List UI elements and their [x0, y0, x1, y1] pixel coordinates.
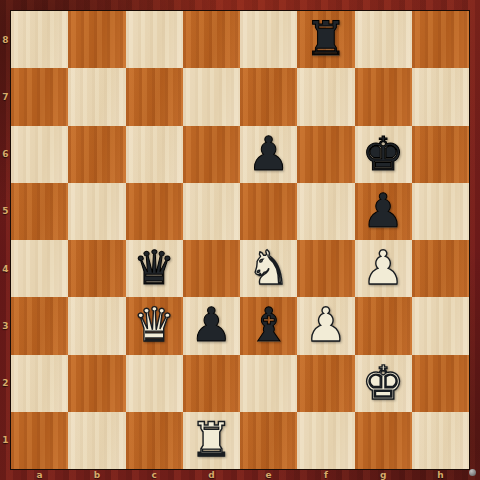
- black-queen[interactable]: ♛: [133, 244, 175, 291]
- square-f1[interactable]: [297, 412, 354, 469]
- square-d8[interactable]: [183, 11, 240, 68]
- square-f7[interactable]: [297, 68, 354, 125]
- square-h1[interactable]: [412, 412, 469, 469]
- square-e6[interactable]: ♟: [240, 126, 297, 183]
- square-g8[interactable]: [355, 11, 412, 68]
- black-king[interactable]: ♚: [362, 130, 404, 177]
- square-f3[interactable]: ♟: [297, 297, 354, 354]
- square-a3[interactable]: [11, 297, 68, 354]
- square-a4[interactable]: [11, 240, 68, 297]
- square-f4[interactable]: [297, 240, 354, 297]
- black-pawn[interactable]: ♟: [190, 301, 232, 348]
- square-b5[interactable]: [68, 183, 125, 240]
- white-king[interactable]: ♚: [362, 359, 404, 406]
- file-label-c: c: [126, 469, 183, 480]
- file-label-g: g: [355, 469, 412, 480]
- file-label-d: d: [183, 469, 240, 480]
- square-a2[interactable]: [11, 355, 68, 412]
- square-f8[interactable]: ♜: [297, 11, 354, 68]
- square-e4[interactable]: ♞: [240, 240, 297, 297]
- white-pawn[interactable]: ♟: [362, 244, 404, 291]
- chess-board-frame: ♜♟♚♟♛♞♟♛♟♝♟♚♜ 87654321 abcdefgh: [0, 0, 480, 480]
- square-f5[interactable]: [297, 183, 354, 240]
- square-d4[interactable]: [183, 240, 240, 297]
- square-e5[interactable]: [240, 183, 297, 240]
- file-label-f: f: [297, 469, 354, 480]
- square-b3[interactable]: [68, 297, 125, 354]
- black-rook[interactable]: ♜: [305, 15, 347, 62]
- square-c3[interactable]: ♛: [126, 297, 183, 354]
- file-label-h: h: [412, 469, 469, 480]
- square-b8[interactable]: [68, 11, 125, 68]
- square-g7[interactable]: [355, 68, 412, 125]
- square-c2[interactable]: [126, 355, 183, 412]
- square-c4[interactable]: ♛: [126, 240, 183, 297]
- file-label-e: e: [240, 469, 297, 480]
- black-bishop[interactable]: ♝: [248, 301, 290, 348]
- square-a6[interactable]: [11, 126, 68, 183]
- square-g6[interactable]: ♚: [355, 126, 412, 183]
- square-b1[interactable]: [68, 412, 125, 469]
- square-b7[interactable]: [68, 68, 125, 125]
- white-pawn[interactable]: ♟: [305, 301, 347, 348]
- square-d6[interactable]: [183, 126, 240, 183]
- square-h5[interactable]: [412, 183, 469, 240]
- square-h4[interactable]: [412, 240, 469, 297]
- file-label-a: a: [11, 469, 68, 480]
- square-a8[interactable]: [11, 11, 68, 68]
- square-h3[interactable]: [412, 297, 469, 354]
- square-f2[interactable]: [297, 355, 354, 412]
- white-knight[interactable]: ♞: [248, 244, 290, 291]
- white-rook[interactable]: ♜: [190, 416, 232, 463]
- square-d3[interactable]: ♟: [183, 297, 240, 354]
- corner-pin-icon: [469, 469, 476, 476]
- rank-label-7: 7: [0, 68, 11, 125]
- square-d7[interactable]: [183, 68, 240, 125]
- chess-board: ♜♟♚♟♛♞♟♛♟♝♟♚♜: [11, 11, 469, 469]
- rank-label-1: 1: [0, 412, 11, 469]
- rank-label-3: 3: [0, 297, 11, 354]
- square-d2[interactable]: [183, 355, 240, 412]
- square-c1[interactable]: [126, 412, 183, 469]
- rank-label-4: 4: [0, 240, 11, 297]
- square-e7[interactable]: [240, 68, 297, 125]
- rank-label-6: 6: [0, 126, 11, 183]
- square-g5[interactable]: ♟: [355, 183, 412, 240]
- square-e3[interactable]: ♝: [240, 297, 297, 354]
- square-a7[interactable]: [11, 68, 68, 125]
- square-d5[interactable]: [183, 183, 240, 240]
- square-h2[interactable]: [412, 355, 469, 412]
- square-f6[interactable]: [297, 126, 354, 183]
- rank-label-8: 8: [0, 11, 11, 68]
- black-pawn[interactable]: ♟: [248, 130, 290, 177]
- square-c7[interactable]: [126, 68, 183, 125]
- square-a1[interactable]: [11, 412, 68, 469]
- square-e1[interactable]: [240, 412, 297, 469]
- square-g2[interactable]: ♚: [355, 355, 412, 412]
- square-b6[interactable]: [68, 126, 125, 183]
- square-h8[interactable]: [412, 11, 469, 68]
- square-c6[interactable]: [126, 126, 183, 183]
- square-c5[interactable]: [126, 183, 183, 240]
- square-c8[interactable]: [126, 11, 183, 68]
- square-b2[interactable]: [68, 355, 125, 412]
- rank-label-2: 2: [0, 355, 11, 412]
- square-g4[interactable]: ♟: [355, 240, 412, 297]
- white-queen[interactable]: ♛: [133, 301, 175, 348]
- square-e2[interactable]: [240, 355, 297, 412]
- square-h7[interactable]: [412, 68, 469, 125]
- square-b4[interactable]: [68, 240, 125, 297]
- square-g3[interactable]: [355, 297, 412, 354]
- file-label-b: b: [68, 469, 125, 480]
- black-pawn[interactable]: ♟: [362, 187, 404, 234]
- rank-label-5: 5: [0, 183, 11, 240]
- square-h6[interactable]: [412, 126, 469, 183]
- square-d1[interactable]: ♜: [183, 412, 240, 469]
- square-e8[interactable]: [240, 11, 297, 68]
- square-a5[interactable]: [11, 183, 68, 240]
- square-g1[interactable]: [355, 412, 412, 469]
